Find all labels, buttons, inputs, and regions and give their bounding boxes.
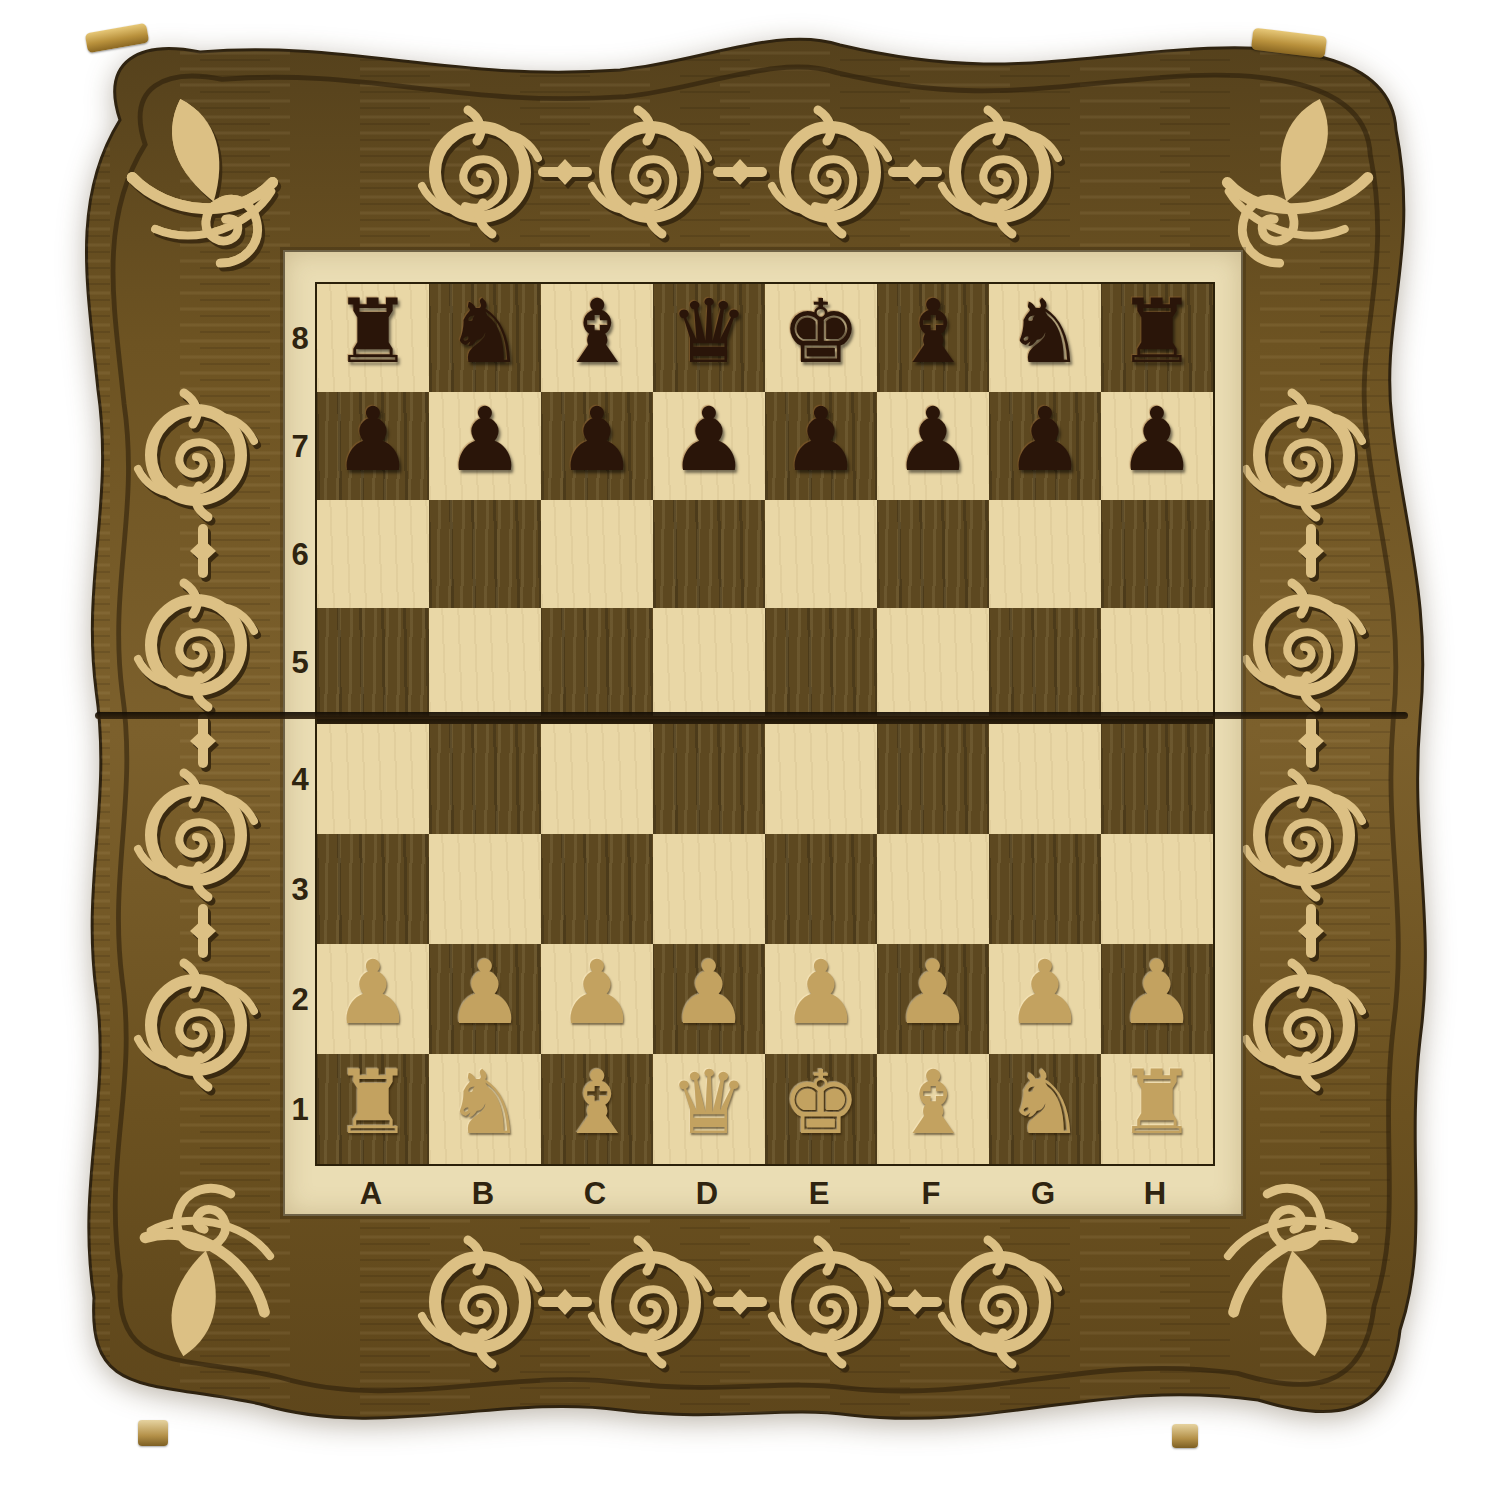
piece-white-pawn[interactable]: ♟ — [1118, 949, 1197, 1037]
square-b1[interactable]: ♞ — [429, 1054, 541, 1164]
square-h4[interactable] — [1101, 724, 1213, 834]
square-f4[interactable] — [877, 724, 989, 834]
chess-board: ♜♞♝♛♚♝♞♜♟♟♟♟♟♟♟♟♟♟♟♟♟♟♟♟♜♞♝♛♚♝♞♜ — [315, 282, 1215, 1166]
square-b7[interactable]: ♟ — [429, 392, 541, 500]
file-label-f: F — [875, 1176, 987, 1212]
piece-white-pawn[interactable]: ♟ — [894, 949, 973, 1037]
piece-black-pawn[interactable]: ♟ — [670, 396, 749, 484]
piece-white-pawn[interactable]: ♟ — [334, 949, 413, 1037]
square-b2[interactable]: ♟ — [429, 944, 541, 1054]
piece-black-pawn[interactable]: ♟ — [334, 396, 413, 484]
square-h3[interactable] — [1101, 834, 1213, 944]
square-c1[interactable]: ♝ — [541, 1054, 653, 1164]
square-a2[interactable]: ♟ — [317, 944, 429, 1054]
piece-black-pawn[interactable]: ♟ — [782, 396, 861, 484]
square-f2[interactable]: ♟ — [877, 944, 989, 1054]
rank-label-6: 6 — [285, 537, 315, 573]
piece-black-pawn[interactable]: ♟ — [894, 396, 973, 484]
piece-black-pawn[interactable]: ♟ — [558, 396, 637, 484]
square-f3[interactable] — [877, 834, 989, 944]
square-a7[interactable]: ♟ — [317, 392, 429, 500]
square-b8[interactable]: ♞ — [429, 284, 541, 392]
brass-foot-bottom-left — [138, 1420, 168, 1446]
square-e5[interactable] — [765, 608, 877, 716]
piece-white-bishop[interactable]: ♝ — [558, 1059, 637, 1147]
square-e4[interactable] — [765, 724, 877, 834]
square-c2[interactable]: ♟ — [541, 944, 653, 1054]
square-a4[interactable] — [317, 724, 429, 834]
file-label-c: C — [539, 1176, 651, 1212]
brass-foot-bottom-right — [1172, 1424, 1198, 1448]
piece-white-knight[interactable]: ♞ — [1006, 1059, 1085, 1147]
file-label-b: B — [427, 1176, 539, 1212]
square-g8[interactable]: ♞ — [989, 284, 1101, 392]
square-d2[interactable]: ♟ — [653, 944, 765, 1054]
piece-black-bishop[interactable]: ♝ — [558, 288, 637, 376]
square-c5[interactable] — [541, 608, 653, 716]
file-label-h: H — [1099, 1176, 1211, 1212]
square-h5[interactable] — [1101, 608, 1213, 716]
square-h6[interactable] — [1101, 500, 1213, 608]
piece-white-king[interactable]: ♚ — [782, 1059, 861, 1147]
square-g2[interactable]: ♟ — [989, 944, 1101, 1054]
rank-label-4: 4 — [285, 762, 315, 798]
piece-black-rook[interactable]: ♜ — [334, 288, 413, 376]
square-f7[interactable]: ♟ — [877, 392, 989, 500]
square-b4[interactable] — [429, 724, 541, 834]
square-c7[interactable]: ♟ — [541, 392, 653, 500]
piece-white-knight[interactable]: ♞ — [446, 1059, 525, 1147]
square-c8[interactable]: ♝ — [541, 284, 653, 392]
square-e2[interactable]: ♟ — [765, 944, 877, 1054]
file-label-g: G — [987, 1176, 1099, 1212]
square-f6[interactable] — [877, 500, 989, 608]
square-a5[interactable] — [317, 608, 429, 716]
square-a3[interactable] — [317, 834, 429, 944]
square-h1[interactable]: ♜ — [1101, 1054, 1213, 1164]
piece-black-queen[interactable]: ♛ — [670, 288, 749, 376]
square-g4[interactable] — [989, 724, 1101, 834]
photo-stage: ♜♞♝♛♚♝♞♜♟♟♟♟♟♟♟♟♟♟♟♟♟♟♟♟♜♞♝♛♚♝♞♜ 8765432… — [0, 0, 1500, 1500]
square-d8[interactable]: ♛ — [653, 284, 765, 392]
rank-label-1: 1 — [285, 1092, 315, 1128]
rank-label-8: 8 — [285, 321, 315, 357]
square-a1[interactable]: ♜ — [317, 1054, 429, 1164]
piece-black-rook[interactable]: ♜ — [1118, 288, 1197, 376]
chess-board-panel: ♜♞♝♛♚♝♞♜♟♟♟♟♟♟♟♟♟♟♟♟♟♟♟♟♜♞♝♛♚♝♞♜ 8765432… — [283, 250, 1243, 1216]
square-e1[interactable]: ♚ — [765, 1054, 877, 1164]
square-f5[interactable] — [877, 608, 989, 716]
square-f1[interactable]: ♝ — [877, 1054, 989, 1164]
square-h2[interactable]: ♟ — [1101, 944, 1213, 1054]
piece-black-knight[interactable]: ♞ — [446, 288, 525, 376]
board-fold-seam — [95, 712, 1408, 719]
square-g1[interactable]: ♞ — [989, 1054, 1101, 1164]
square-b6[interactable] — [429, 500, 541, 608]
square-g7[interactable]: ♟ — [989, 392, 1101, 500]
square-e3[interactable] — [765, 834, 877, 944]
file-label-e: E — [763, 1176, 875, 1212]
rank-label-7: 7 — [285, 429, 315, 465]
square-h8[interactable]: ♜ — [1101, 284, 1213, 392]
piece-white-pawn[interactable]: ♟ — [446, 949, 525, 1037]
piece-black-bishop[interactable]: ♝ — [894, 288, 973, 376]
square-e8[interactable]: ♚ — [765, 284, 877, 392]
square-d5[interactable] — [653, 608, 765, 716]
square-a8[interactable]: ♜ — [317, 284, 429, 392]
square-d4[interactable] — [653, 724, 765, 834]
piece-black-pawn[interactable]: ♟ — [1118, 396, 1197, 484]
piece-black-pawn[interactable]: ♟ — [446, 396, 525, 484]
square-h7[interactable]: ♟ — [1101, 392, 1213, 500]
piece-white-bishop[interactable]: ♝ — [894, 1059, 973, 1147]
piece-black-knight[interactable]: ♞ — [1006, 288, 1085, 376]
rank-label-5: 5 — [285, 645, 315, 681]
square-d7[interactable]: ♟ — [653, 392, 765, 500]
piece-white-pawn[interactable]: ♟ — [782, 949, 861, 1037]
piece-white-pawn[interactable]: ♟ — [558, 949, 637, 1037]
square-c4[interactable] — [541, 724, 653, 834]
rank-label-3: 3 — [285, 872, 315, 908]
piece-white-queen[interactable]: ♛ — [670, 1059, 749, 1147]
piece-white-pawn[interactable]: ♟ — [670, 949, 749, 1037]
square-c6[interactable] — [541, 500, 653, 608]
square-a6[interactable] — [317, 500, 429, 608]
square-d1[interactable]: ♛ — [653, 1054, 765, 1164]
piece-white-rook[interactable]: ♜ — [334, 1059, 413, 1147]
piece-black-king[interactable]: ♚ — [782, 288, 861, 376]
rank-label-2: 2 — [285, 982, 315, 1018]
piece-black-pawn[interactable]: ♟ — [1006, 396, 1085, 484]
square-g6[interactable] — [989, 500, 1101, 608]
square-e6[interactable] — [765, 500, 877, 608]
square-g3[interactable] — [989, 834, 1101, 944]
square-d6[interactable] — [653, 500, 765, 608]
file-label-d: D — [651, 1176, 763, 1212]
square-f8[interactable]: ♝ — [877, 284, 989, 392]
square-g5[interactable] — [989, 608, 1101, 716]
piece-white-rook[interactable]: ♜ — [1118, 1059, 1197, 1147]
square-b5[interactable] — [429, 608, 541, 716]
square-c3[interactable] — [541, 834, 653, 944]
file-label-a: A — [315, 1176, 427, 1212]
square-e7[interactable]: ♟ — [765, 392, 877, 500]
square-d3[interactable] — [653, 834, 765, 944]
piece-white-pawn[interactable]: ♟ — [1006, 949, 1085, 1037]
square-b3[interactable] — [429, 834, 541, 944]
